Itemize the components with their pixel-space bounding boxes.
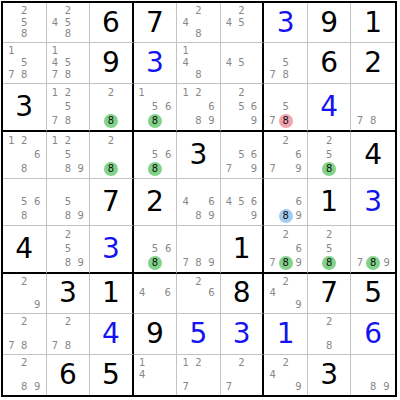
candidate-4[interactable]: 4 bbox=[49, 17, 62, 29]
cell-r8c1[interactable]: 278 bbox=[3, 314, 47, 354]
candidate-6[interactable]: 6 bbox=[292, 148, 305, 162]
candidate-4[interactable]: 4 bbox=[136, 369, 149, 381]
candidate-8[interactable]: 8 bbox=[148, 256, 162, 270]
candidate-empty bbox=[162, 256, 174, 270]
candidate-empty bbox=[192, 369, 205, 381]
candidate-7[interactable]: 7 bbox=[223, 381, 236, 393]
given-digit: 9 bbox=[320, 9, 338, 37]
candidate-6[interactable]: 6 bbox=[31, 195, 44, 209]
cell-r5c6[interactable]: 4569 bbox=[221, 179, 265, 226]
candidate-empty bbox=[31, 340, 44, 352]
candidate-empty bbox=[336, 148, 348, 162]
candidate-empty bbox=[18, 299, 31, 311]
cell-r1c6[interactable]: 245 bbox=[221, 3, 265, 43]
cell-r3c3[interactable]: 28 bbox=[90, 84, 134, 132]
candidate-4[interactable]: 4 bbox=[136, 288, 149, 300]
cell-r4c6[interactable]: 5679 bbox=[221, 132, 265, 179]
candidate-6[interactable]: 6 bbox=[162, 242, 174, 256]
cell-r9c3[interactable]: 5 bbox=[90, 355, 134, 395]
candidate-5[interactable]: 5 bbox=[322, 242, 336, 256]
sudoku-board: 2582458672482453911578145789314845578623… bbox=[1, 1, 397, 397]
candidate-2[interactable]: 2 bbox=[235, 86, 248, 100]
candidate-8[interactable]: 8 bbox=[192, 114, 205, 128]
candidate-5[interactable]: 5 bbox=[61, 100, 74, 114]
candidate-4[interactable]: 4 bbox=[49, 57, 62, 69]
candidate-8[interactable]: 8 bbox=[61, 29, 74, 41]
candidate-empty bbox=[136, 381, 149, 393]
candidate-empty bbox=[248, 86, 261, 100]
candidate-8[interactable]: 8 bbox=[104, 162, 118, 176]
cell-r3c5[interactable]: 12689 bbox=[177, 84, 221, 132]
cell-r9c2[interactable]: 6 bbox=[47, 355, 91, 395]
cell-r6c4[interactable]: 568 bbox=[134, 226, 178, 274]
candidate-8[interactable]: 8 bbox=[18, 381, 31, 393]
given-digit: 5 bbox=[102, 361, 120, 389]
candidate-empty bbox=[49, 162, 62, 176]
cell-r7c9[interactable]: 5 bbox=[351, 274, 395, 314]
candidate-5[interactable]: 5 bbox=[61, 57, 74, 69]
cell-r5c2[interactable]: 589 bbox=[47, 179, 91, 226]
cell-r6c8[interactable]: 258 bbox=[308, 226, 352, 274]
candidate-1[interactable]: 1 bbox=[179, 45, 192, 57]
cell-r9c9[interactable]: 89 bbox=[351, 355, 395, 395]
candidate-7[interactable]: 7 bbox=[223, 162, 236, 176]
candidate-2[interactable]: 2 bbox=[18, 134, 31, 148]
candidate-2[interactable]: 2 bbox=[323, 316, 336, 328]
candidate-empty bbox=[293, 181, 305, 195]
candidate-empty bbox=[266, 181, 278, 195]
candidate-empty bbox=[74, 45, 87, 57]
candidate-8[interactable]: 8 bbox=[192, 69, 205, 81]
candidate-empty bbox=[179, 209, 192, 223]
cell-r1c2[interactable]: 2458 bbox=[47, 3, 91, 43]
cell-r4c2[interactable]: 12589 bbox=[47, 132, 91, 179]
candidate-grid: 28 bbox=[90, 132, 132, 178]
cell-r9c7[interactable]: 249 bbox=[264, 355, 308, 395]
candidate-2[interactable]: 2 bbox=[322, 228, 336, 242]
cell-r1c5[interactable]: 248 bbox=[177, 3, 221, 43]
candidate-2[interactable]: 2 bbox=[61, 134, 74, 148]
cell-r5c5[interactable]: 4689 bbox=[177, 179, 221, 226]
candidate-5[interactable]: 5 bbox=[148, 242, 162, 256]
candidate-7[interactable]: 7 bbox=[353, 114, 366, 128]
candidate-8[interactable]: 8 bbox=[61, 340, 74, 352]
candidate-8[interactable]: 8 bbox=[18, 29, 31, 41]
candidate-8[interactable]: 8 bbox=[18, 209, 31, 223]
cell-r2c6[interactable]: 45 bbox=[221, 43, 265, 83]
candidate-grid: 4569 bbox=[221, 179, 263, 225]
cell-r3c8[interactable]: 4 bbox=[308, 84, 352, 132]
cell-r3c9[interactable]: 78 bbox=[351, 84, 395, 132]
candidate-9[interactable]: 9 bbox=[31, 381, 44, 393]
candidate-6[interactable]: 6 bbox=[293, 195, 305, 209]
candidate-empty bbox=[5, 209, 18, 223]
candidate-2[interactable]: 2 bbox=[61, 228, 74, 242]
candidate-empty bbox=[266, 195, 278, 209]
candidate-6[interactable]: 6 bbox=[248, 195, 261, 209]
candidate-grid: 2679 bbox=[264, 132, 307, 178]
candidate-7[interactable]: 7 bbox=[179, 256, 192, 270]
cell-r9c5[interactable]: 127 bbox=[177, 355, 221, 395]
candidate-7[interactable]: 7 bbox=[49, 340, 62, 352]
candidate-8[interactable]: 8 bbox=[323, 340, 336, 352]
cell-r6c6[interactable]: 1 bbox=[221, 226, 265, 274]
candidate-empty bbox=[74, 328, 87, 340]
cell-r8c5[interactable]: 5 bbox=[177, 314, 221, 354]
candidate-5[interactable]: 5 bbox=[235, 195, 248, 209]
candidate-2[interactable]: 2 bbox=[192, 86, 205, 100]
candidate-empty bbox=[310, 148, 322, 162]
candidate-5[interactable]: 5 bbox=[148, 148, 162, 162]
candidate-5[interactable]: 5 bbox=[18, 195, 31, 209]
cell-r3c2[interactable]: 12578 bbox=[47, 84, 91, 132]
cell-r8c7[interactable]: 1 bbox=[264, 314, 308, 354]
candidate-5[interactable]: 5 bbox=[148, 100, 162, 114]
candidate-empty bbox=[61, 181, 74, 195]
cell-r5c8[interactable]: 1 bbox=[308, 179, 352, 226]
candidate-8[interactable]: 8 bbox=[322, 256, 336, 270]
cell-r4c1[interactable]: 1268 bbox=[3, 132, 47, 179]
candidate-8[interactable]: 8 bbox=[61, 256, 74, 270]
candidate-6[interactable]: 6 bbox=[31, 148, 44, 162]
candidate-7[interactable]: 7 bbox=[266, 256, 278, 270]
candidate-5[interactable]: 5 bbox=[61, 195, 74, 209]
cell-r7c7[interactable]: 249 bbox=[264, 274, 308, 314]
cell-r2c1[interactable]: 1578 bbox=[3, 43, 47, 83]
candidate-8[interactable]: 8 bbox=[367, 381, 380, 393]
candidate-grid: 28 bbox=[308, 314, 351, 353]
candidate-9[interactable]: 9 bbox=[205, 256, 218, 270]
candidate-8[interactable]: 8 bbox=[18, 340, 31, 352]
candidate-7[interactable]: 7 bbox=[179, 381, 192, 393]
cell-r9c1[interactable]: 289 bbox=[3, 355, 47, 395]
candidate-8[interactable]: 8 bbox=[61, 162, 74, 176]
cell-r8c8[interactable]: 28 bbox=[308, 314, 352, 354]
cell-r8c3[interactable]: 4 bbox=[90, 314, 134, 354]
candidate-1[interactable]: 1 bbox=[136, 357, 149, 369]
candidate-2[interactable]: 2 bbox=[322, 134, 336, 148]
candidate-empty bbox=[18, 181, 31, 195]
candidate-8[interactable]: 8 bbox=[192, 29, 205, 41]
cell-r7c6[interactable]: 8 bbox=[221, 274, 265, 314]
candidate-4[interactable]: 4 bbox=[266, 369, 279, 381]
candidate-empty bbox=[205, 69, 218, 81]
candidate-empty bbox=[279, 381, 292, 393]
cell-r2c3[interactable]: 9 bbox=[90, 43, 134, 83]
cell-r6c1[interactable]: 4 bbox=[3, 226, 47, 274]
candidate-9[interactable]: 9 bbox=[293, 256, 305, 270]
candidate-empty bbox=[293, 228, 305, 242]
candidate-empty bbox=[74, 17, 87, 29]
candidate-2[interactable]: 2 bbox=[192, 357, 205, 369]
candidate-empty bbox=[5, 195, 18, 209]
candidate-empty bbox=[293, 100, 305, 114]
candidate-5[interactable]: 5 bbox=[322, 148, 336, 162]
candidate-7[interactable]: 7 bbox=[353, 256, 366, 270]
cell-r4c5[interactable]: 3 bbox=[177, 132, 221, 179]
candidate-7[interactable]: 7 bbox=[266, 162, 279, 176]
candidate-9[interactable]: 9 bbox=[205, 114, 218, 128]
candidate-grid: 248 bbox=[177, 3, 220, 42]
cell-r4c9[interactable]: 4 bbox=[351, 132, 395, 179]
cell-r5c4[interactable]: 2 bbox=[134, 179, 178, 226]
solved-digit: 4 bbox=[102, 320, 120, 348]
cell-r6c3[interactable]: 3 bbox=[90, 226, 134, 274]
candidate-1[interactable]: 1 bbox=[49, 134, 62, 148]
candidate-1[interactable]: 1 bbox=[5, 134, 18, 148]
cell-r9c6[interactable]: 27 bbox=[221, 355, 265, 395]
candidate-6[interactable]: 6 bbox=[248, 100, 261, 114]
candidate-1[interactable]: 1 bbox=[179, 86, 192, 100]
candidate-8[interactable]: 8 bbox=[61, 69, 74, 81]
candidate-9[interactable]: 9 bbox=[248, 114, 261, 128]
candidate-8[interactable]: 8 bbox=[61, 209, 74, 223]
cell-r7c2[interactable]: 3 bbox=[47, 274, 91, 314]
candidate-2[interactable]: 2 bbox=[104, 86, 118, 100]
candidate-2[interactable]: 2 bbox=[61, 5, 74, 17]
candidate-empty bbox=[49, 316, 62, 328]
candidate-5[interactable]: 5 bbox=[279, 57, 292, 69]
candidate-2[interactable]: 2 bbox=[18, 316, 31, 328]
candidate-empty bbox=[266, 134, 279, 148]
candidate-empty bbox=[279, 162, 292, 176]
candidate-grid: 26789 bbox=[264, 226, 307, 272]
candidate-4[interactable]: 4 bbox=[223, 195, 236, 209]
candidate-6[interactable]: 6 bbox=[161, 288, 174, 300]
candidate-9[interactable]: 9 bbox=[292, 299, 305, 311]
cell-r8c2[interactable]: 278 bbox=[47, 314, 91, 354]
candidate-1[interactable]: 1 bbox=[136, 86, 148, 100]
cell-r7c8[interactable]: 7 bbox=[308, 274, 352, 314]
candidate-empty bbox=[336, 256, 348, 270]
candidate-8[interactable]: 8 bbox=[279, 69, 292, 81]
candidate-1[interactable]: 1 bbox=[5, 45, 18, 57]
candidate-7[interactable]: 7 bbox=[49, 69, 62, 81]
cell-r6c2[interactable]: 2589 bbox=[47, 226, 91, 274]
cell-r1c3[interactable]: 6 bbox=[90, 3, 134, 43]
candidate-empty bbox=[279, 45, 292, 57]
candidate-9[interactable]: 9 bbox=[380, 256, 393, 270]
candidate-8[interactable]: 8 bbox=[192, 256, 205, 270]
cell-r5c7[interactable]: 689 bbox=[264, 179, 308, 226]
candidate-6[interactable]: 6 bbox=[205, 288, 218, 300]
candidate-6[interactable]: 6 bbox=[293, 242, 305, 256]
candidate-empty bbox=[179, 299, 192, 311]
cell-r6c7[interactable]: 26789 bbox=[264, 226, 308, 274]
candidate-4[interactable]: 4 bbox=[223, 17, 236, 29]
candidate-8[interactable]: 8 bbox=[279, 209, 293, 223]
cell-r1c1[interactable]: 258 bbox=[3, 3, 47, 43]
candidate-2[interactable]: 2 bbox=[104, 134, 118, 148]
cell-r3c1[interactable]: 3 bbox=[3, 84, 47, 132]
cell-r3c4[interactable]: 1568 bbox=[134, 84, 178, 132]
candidate-8[interactable]: 8 bbox=[18, 69, 31, 81]
candidate-empty bbox=[74, 195, 87, 209]
candidate-7[interactable]: 7 bbox=[5, 69, 18, 81]
candidate-empty bbox=[192, 242, 205, 256]
given-digit: 8 bbox=[233, 279, 251, 307]
cell-r2c2[interactable]: 14578 bbox=[47, 43, 91, 83]
candidate-grid: 2458 bbox=[47, 3, 90, 42]
cell-r8c6[interactable]: 3 bbox=[221, 314, 265, 354]
candidate-empty bbox=[266, 357, 279, 369]
cell-r9c4[interactable]: 14 bbox=[134, 355, 178, 395]
candidate-5[interactable]: 5 bbox=[235, 17, 248, 29]
candidate-2[interactable]: 2 bbox=[279, 276, 292, 288]
cell-r2c4[interactable]: 3 bbox=[134, 43, 178, 83]
cell-r6c9[interactable]: 789 bbox=[351, 226, 395, 274]
candidate-9[interactable]: 9 bbox=[248, 209, 261, 223]
candidate-4[interactable]: 4 bbox=[179, 57, 192, 69]
candidate-1[interactable]: 1 bbox=[49, 86, 62, 100]
given-digit: 3 bbox=[15, 93, 33, 121]
candidate-8[interactable]: 8 bbox=[18, 162, 31, 176]
candidate-empty bbox=[74, 340, 87, 352]
candidate-9[interactable]: 9 bbox=[293, 209, 305, 223]
cell-r8c9[interactable]: 6 bbox=[351, 314, 395, 354]
cell-r1c9[interactable]: 1 bbox=[351, 3, 395, 43]
candidate-empty bbox=[162, 228, 174, 242]
cell-r7c5[interactable]: 26 bbox=[177, 274, 221, 314]
candidate-5[interactable]: 5 bbox=[18, 17, 31, 29]
candidate-8[interactable]: 8 bbox=[61, 114, 74, 128]
candidate-4[interactable]: 4 bbox=[179, 195, 192, 209]
candidate-9[interactable]: 9 bbox=[205, 209, 218, 223]
cell-r1c4[interactable]: 7 bbox=[134, 3, 178, 43]
candidate-9[interactable]: 9 bbox=[74, 162, 87, 176]
candidate-empty bbox=[179, 100, 192, 114]
candidate-8[interactable]: 8 bbox=[148, 162, 162, 176]
candidate-9[interactable]: 9 bbox=[292, 162, 305, 176]
candidate-2[interactable]: 2 bbox=[61, 86, 74, 100]
candidate-empty bbox=[179, 114, 192, 128]
candidate-6[interactable]: 6 bbox=[205, 100, 218, 114]
candidate-8[interactable]: 8 bbox=[148, 114, 162, 128]
candidate-9[interactable]: 9 bbox=[31, 299, 44, 311]
cell-r2c9[interactable]: 2 bbox=[351, 43, 395, 83]
cell-r7c1[interactable]: 29 bbox=[3, 274, 47, 314]
candidate-empty bbox=[74, 5, 87, 17]
candidate-5[interactable]: 5 bbox=[235, 148, 248, 162]
candidate-9[interactable]: 9 bbox=[74, 256, 87, 270]
candidate-grid: 278 bbox=[3, 314, 46, 353]
candidate-2[interactable]: 2 bbox=[279, 134, 292, 148]
candidate-empty bbox=[148, 228, 162, 242]
given-digit: 4 bbox=[364, 141, 382, 169]
candidate-6[interactable]: 6 bbox=[162, 100, 174, 114]
candidate-8[interactable]: 8 bbox=[367, 114, 380, 128]
candidate-5[interactable]: 5 bbox=[61, 148, 74, 162]
candidate-7[interactable]: 7 bbox=[5, 340, 18, 352]
candidate-2[interactable]: 2 bbox=[192, 276, 205, 288]
candidate-4[interactable]: 4 bbox=[266, 288, 279, 300]
candidate-8[interactable]: 8 bbox=[104, 114, 118, 128]
candidate-4[interactable]: 4 bbox=[179, 17, 192, 29]
candidate-5[interactable]: 5 bbox=[18, 57, 31, 69]
candidate-empty bbox=[353, 369, 366, 381]
candidate-1[interactable]: 1 bbox=[179, 357, 192, 369]
cell-r4c4[interactable]: 568 bbox=[134, 132, 178, 179]
candidate-grid: 258 bbox=[3, 3, 46, 42]
cell-r3c7[interactable]: 578 bbox=[264, 84, 308, 132]
cell-r2c7[interactable]: 578 bbox=[264, 43, 308, 83]
cell-r8c4[interactable]: 9 bbox=[134, 314, 178, 354]
candidate-8[interactable]: 8 bbox=[279, 114, 293, 128]
candidate-empty bbox=[31, 181, 44, 195]
candidate-2[interactable]: 2 bbox=[18, 5, 31, 17]
candidate-8[interactable]: 8 bbox=[366, 256, 380, 270]
candidate-empty bbox=[336, 242, 348, 256]
cell-r1c7[interactable]: 3 bbox=[264, 3, 308, 43]
candidate-empty bbox=[104, 100, 118, 114]
candidate-grid: 689 bbox=[264, 179, 307, 225]
cell-r4c3[interactable]: 28 bbox=[90, 132, 134, 179]
candidate-9[interactable]: 9 bbox=[292, 381, 305, 393]
candidate-2[interactable]: 2 bbox=[18, 276, 31, 288]
candidate-8[interactable]: 8 bbox=[279, 256, 293, 270]
candidate-2[interactable]: 2 bbox=[18, 357, 31, 369]
cell-r5c1[interactable]: 568 bbox=[3, 179, 47, 226]
candidate-4[interactable]: 4 bbox=[223, 57, 236, 69]
candidate-2[interactable]: 2 bbox=[192, 5, 205, 17]
cell-r3c6[interactable]: 2569 bbox=[221, 84, 265, 132]
cell-r6c5[interactable]: 789 bbox=[177, 226, 221, 274]
candidate-5[interactable]: 5 bbox=[279, 100, 293, 114]
candidate-empty bbox=[74, 29, 87, 41]
candidate-9[interactable]: 9 bbox=[380, 381, 393, 393]
candidate-7[interactable]: 7 bbox=[266, 69, 279, 81]
candidate-9[interactable]: 9 bbox=[74, 209, 87, 223]
cell-r1c8[interactable]: 9 bbox=[308, 3, 352, 43]
candidate-empty bbox=[49, 29, 62, 41]
candidate-7[interactable]: 7 bbox=[49, 114, 62, 128]
cell-r5c3[interactable]: 7 bbox=[90, 179, 134, 226]
candidate-grid: 12689 bbox=[177, 84, 220, 130]
cell-r5c9[interactable]: 3 bbox=[351, 179, 395, 226]
cell-r7c3[interactable]: 1 bbox=[90, 274, 134, 314]
candidate-1[interactable]: 1 bbox=[49, 45, 62, 57]
candidate-2[interactable]: 2 bbox=[61, 316, 74, 328]
candidate-6[interactable]: 6 bbox=[248, 148, 261, 162]
candidate-8[interactable]: 8 bbox=[192, 209, 205, 223]
candidate-empty bbox=[380, 228, 393, 242]
cell-r2c8[interactable]: 6 bbox=[308, 43, 352, 83]
candidate-8[interactable]: 8 bbox=[322, 162, 336, 176]
candidate-5[interactable]: 5 bbox=[61, 17, 74, 29]
candidate-grid: 29 bbox=[3, 274, 46, 313]
cell-r4c8[interactable]: 258 bbox=[308, 132, 352, 179]
cell-r9c8[interactable]: 3 bbox=[308, 355, 352, 395]
candidate-9[interactable]: 9 bbox=[248, 162, 261, 176]
candidate-empty bbox=[31, 369, 44, 381]
candidate-empty bbox=[266, 86, 278, 100]
candidate-2[interactable]: 2 bbox=[279, 228, 293, 242]
candidate-5[interactable]: 5 bbox=[235, 100, 248, 114]
candidate-empty bbox=[118, 134, 130, 148]
cell-r7c4[interactable]: 46 bbox=[134, 274, 178, 314]
candidate-6[interactable]: 6 bbox=[205, 195, 218, 209]
cell-r4c7[interactable]: 2679 bbox=[264, 132, 308, 179]
candidate-7[interactable]: 7 bbox=[266, 114, 278, 128]
candidate-2[interactable]: 2 bbox=[235, 5, 248, 17]
candidate-6[interactable]: 6 bbox=[162, 148, 174, 162]
candidate-5[interactable]: 5 bbox=[61, 242, 74, 256]
candidate-2[interactable]: 2 bbox=[235, 357, 248, 369]
candidate-2[interactable]: 2 bbox=[279, 357, 292, 369]
cell-r2c5[interactable]: 148 bbox=[177, 43, 221, 83]
candidate-5[interactable]: 5 bbox=[235, 57, 248, 69]
candidate-empty bbox=[18, 148, 31, 162]
